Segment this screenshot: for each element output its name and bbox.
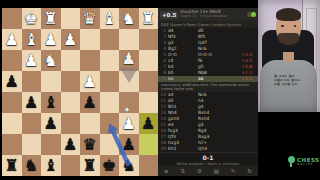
square-e6[interactable] xyxy=(61,113,81,134)
analysis-panel: +0.5 Stockfish 14+ NNUE Depth 22 · in lo… xyxy=(158,8,258,176)
square-c2[interactable] xyxy=(100,29,120,50)
black-pawn-a6[interactable]: ♟ xyxy=(139,113,159,134)
square-f4[interactable] xyxy=(41,71,61,92)
white-knight-f3[interactable]: ♞ xyxy=(41,50,61,71)
black-bishop-f5[interactable]: ♝ xyxy=(41,92,61,113)
settings-gear-icon[interactable]: ⚙ xyxy=(197,166,202,176)
white-pawn-e2[interactable]: ♟ xyxy=(61,29,81,50)
white-rook-f1[interactable]: ♜ xyxy=(41,8,61,29)
toggle-knob-icon xyxy=(251,12,256,17)
white-pawn-g3[interactable]: ♟ xyxy=(22,50,42,71)
replay-icon[interactable]: ↻ xyxy=(247,166,252,176)
black-pawn-e7[interactable]: ♟ xyxy=(61,134,81,155)
flip-board-icon[interactable]: ⇅ xyxy=(180,166,185,176)
square-c4[interactable] xyxy=(100,71,120,92)
black-pawn-b7[interactable]: ♟ xyxy=(119,134,139,155)
black-rook-d8[interactable]: ♜ xyxy=(80,155,100,176)
edit-icon[interactable]: ✎ xyxy=(231,166,236,176)
chess-board[interactable]: ♜♞♝♛♜♚♟♟♝♟♟♞♟♟♟♟♟♝♟♟♟♟♛♟♞♚♜♝♞♜✦ xyxy=(2,8,158,176)
move-list-continuation: 10a4Nc611a5h312Bh1g413Nh4Bxh414gxh4Rxh41… xyxy=(158,92,258,128)
black-queen-d7[interactable]: ♛ xyxy=(80,134,100,155)
channel-logo: CHESS ONLINE xyxy=(287,156,320,168)
black-pawn-h4[interactable]: ♟ xyxy=(2,71,22,92)
menu-icon[interactable]: ≡ xyxy=(164,166,169,176)
webcam-feed: ■ ▪▪▪ ■▪ ▪■▪ ▪▪ ■▪▪ ▪■ ▪▪■ ▪▪ xyxy=(258,0,320,112)
engine-eval: +0.5 xyxy=(160,11,178,19)
square-h6[interactable] xyxy=(2,113,22,134)
white-bishop-g2[interactable]: ♝ xyxy=(22,29,42,50)
stream-frame: ♜♞♝♛♜♚♟♟♝♟♟♞♟♟♟♟♟♝♟♟♟♟♛♟♞♚♜♝♞♜✦ +0.5 Sto… xyxy=(0,0,320,180)
square-c7[interactable] xyxy=(100,134,120,155)
square-c3[interactable] xyxy=(100,50,120,71)
move-list-main: 1d4d52Nf3Bf53g3Qd74Bg2Nc65O-OO-O-O+0.36c… xyxy=(158,28,258,82)
square-e5[interactable] xyxy=(61,92,81,113)
square-e1[interactable] xyxy=(61,8,81,29)
opening-name: D02 Queen's Pawn Game: London System xyxy=(158,21,258,28)
white-pawn-b6[interactable]: ♟ xyxy=(119,113,139,134)
engine-depth: Depth 22 · in local browser xyxy=(180,15,245,19)
result-text: White resigned • Black is victorious xyxy=(177,162,239,166)
square-g4[interactable] xyxy=(22,71,42,92)
analysis-toolbar: ≡⇅⚙▤✎↻ xyxy=(158,166,258,176)
square-g7[interactable] xyxy=(22,134,42,155)
black-pawn-g5[interactable]: ♟ xyxy=(22,92,42,113)
square-c6[interactable] xyxy=(100,113,120,134)
square-f7[interactable] xyxy=(41,134,61,155)
last-move-highlight xyxy=(139,134,159,155)
square-b2[interactable] xyxy=(119,29,139,50)
square-e4[interactable] xyxy=(61,71,81,92)
square-a5[interactable] xyxy=(139,92,159,113)
square-a8[interactable] xyxy=(139,155,159,176)
square-a3[interactable] xyxy=(139,50,159,71)
vignette xyxy=(258,0,320,112)
square-h3[interactable] xyxy=(2,50,22,71)
black-bishop-f8[interactable]: ♝ xyxy=(41,155,61,176)
white-pawn-f2[interactable]: ♟ xyxy=(41,29,61,50)
square-d2[interactable] xyxy=(80,29,100,50)
move-comment: Inaccuracy. axb6 was best. The queenside… xyxy=(158,82,258,92)
square-d3[interactable] xyxy=(80,50,100,71)
square-d6[interactable] xyxy=(80,113,100,134)
square-g6[interactable] xyxy=(22,113,42,134)
square-a7[interactable] xyxy=(139,134,159,155)
square-e3[interactable] xyxy=(61,50,81,71)
square-h7[interactable] xyxy=(2,134,22,155)
black-pawn-d5[interactable]: ♟ xyxy=(80,92,100,113)
white-knight-b1[interactable]: ♞ xyxy=(119,8,139,29)
white-bishop-c1[interactable]: ♝ xyxy=(100,8,120,29)
square-e8[interactable] xyxy=(61,155,81,176)
white-pawn-d4[interactable]: ♟ xyxy=(80,71,100,92)
logo-subtitle: ONLINE xyxy=(297,163,320,166)
white-king-g1[interactable]: ♚ xyxy=(22,8,42,29)
engine-header: +0.5 Stockfish 14+ NNUE Depth 22 · in lo… xyxy=(158,8,258,21)
square-c5[interactable] xyxy=(100,92,120,113)
white-queen-d1[interactable]: ♛ xyxy=(80,8,100,29)
square-h1[interactable] xyxy=(2,8,22,29)
move-list-final: 16fxg3Rg417Qf3Bxg318hxg3h2+19Kh1Qh3 xyxy=(158,128,258,152)
black-rook-h8[interactable]: ♜ xyxy=(2,155,22,176)
black-king-c8[interactable]: ♚ xyxy=(100,155,120,176)
square-a2[interactable] xyxy=(139,29,159,50)
tree-icon xyxy=(287,156,295,168)
black-knight-b8[interactable]: ♞ xyxy=(119,155,139,176)
square-a4[interactable] xyxy=(139,71,159,92)
black-pawn-f6[interactable]: ♟ xyxy=(41,113,61,134)
white-pawn-b3[interactable]: ♟ xyxy=(119,48,139,69)
sparkle-icon: ✦ xyxy=(124,106,130,114)
black-knight-g8[interactable]: ♞ xyxy=(22,155,42,176)
game-result: 0-1 xyxy=(203,154,214,161)
square-h5[interactable] xyxy=(2,92,22,113)
white-rook-a1[interactable]: ♜ xyxy=(139,8,159,29)
white-pawn-h2[interactable]: ♟ xyxy=(2,29,22,50)
chart-icon[interactable]: ▤ xyxy=(214,166,219,176)
drag-arrowhead-icon xyxy=(120,68,138,83)
engine-toggle[interactable] xyxy=(247,12,256,17)
